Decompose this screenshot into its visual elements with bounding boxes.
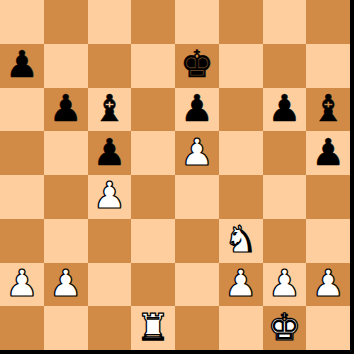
black-pawn: ♟ <box>180 90 213 127</box>
square-f7[interactable] <box>219 44 263 88</box>
square-f4[interactable] <box>219 175 263 219</box>
square-b6[interactable]: ♟ <box>44 88 88 132</box>
white-pawn: ♟ <box>5 265 38 302</box>
square-e4[interactable] <box>175 175 219 219</box>
square-g2[interactable]: ♟ <box>263 263 307 307</box>
square-h1[interactable] <box>306 306 350 350</box>
square-d2[interactable] <box>131 263 175 307</box>
square-g8[interactable] <box>263 0 307 44</box>
white-pawn: ♟ <box>268 265 301 302</box>
square-g4[interactable] <box>263 175 307 219</box>
white-rook: ♜ <box>137 309 170 346</box>
square-c6[interactable]: ♝ <box>88 88 132 132</box>
white-pawn: ♟ <box>180 134 213 171</box>
white-pawn: ♟ <box>49 265 82 302</box>
black-pawn: ♟ <box>49 90 82 127</box>
square-e2[interactable] <box>175 263 219 307</box>
square-f2[interactable]: ♟ <box>219 263 263 307</box>
square-d3[interactable] <box>131 219 175 263</box>
square-h4[interactable] <box>306 175 350 219</box>
square-e1[interactable] <box>175 306 219 350</box>
white-knight: ♞ <box>224 221 257 258</box>
square-e7[interactable]: ♚ <box>175 44 219 88</box>
square-a7[interactable]: ♟ <box>0 44 44 88</box>
white-pawn: ♟ <box>224 265 257 302</box>
square-b2[interactable]: ♟ <box>44 263 88 307</box>
square-h5[interactable]: ♟ <box>306 131 350 175</box>
square-d1[interactable]: ♜ <box>131 306 175 350</box>
white-pawn: ♟ <box>312 265 345 302</box>
square-b5[interactable] <box>44 131 88 175</box>
square-c7[interactable] <box>88 44 132 88</box>
square-d6[interactable] <box>131 88 175 132</box>
square-c1[interactable] <box>88 306 132 350</box>
square-a4[interactable] <box>0 175 44 219</box>
square-a2[interactable]: ♟ <box>0 263 44 307</box>
square-c5[interactable]: ♟ <box>88 131 132 175</box>
square-h7[interactable] <box>306 44 350 88</box>
square-b7[interactable] <box>44 44 88 88</box>
square-b4[interactable] <box>44 175 88 219</box>
square-c2[interactable] <box>88 263 132 307</box>
square-b1[interactable] <box>44 306 88 350</box>
square-g3[interactable] <box>263 219 307 263</box>
black-bishop: ♝ <box>312 90 345 127</box>
square-c8[interactable] <box>88 0 132 44</box>
square-d5[interactable] <box>131 131 175 175</box>
square-e6[interactable]: ♟ <box>175 88 219 132</box>
square-c3[interactable] <box>88 219 132 263</box>
square-d7[interactable] <box>131 44 175 88</box>
square-b8[interactable] <box>44 0 88 44</box>
black-pawn: ♟ <box>268 90 301 127</box>
square-d8[interactable] <box>131 0 175 44</box>
square-f8[interactable] <box>219 0 263 44</box>
square-f5[interactable] <box>219 131 263 175</box>
square-h3[interactable] <box>306 219 350 263</box>
square-h2[interactable]: ♟ <box>306 263 350 307</box>
square-d4[interactable] <box>131 175 175 219</box>
square-g5[interactable] <box>263 131 307 175</box>
black-pawn: ♟ <box>312 134 345 171</box>
square-g7[interactable] <box>263 44 307 88</box>
black-pawn: ♟ <box>93 134 126 171</box>
square-b3[interactable] <box>44 219 88 263</box>
square-h6[interactable]: ♝ <box>306 88 350 132</box>
square-f3[interactable]: ♞ <box>219 219 263 263</box>
square-g1[interactable]: ♚ <box>263 306 307 350</box>
square-g6[interactable]: ♟ <box>263 88 307 132</box>
square-a3[interactable] <box>0 219 44 263</box>
square-c4[interactable]: ♟ <box>88 175 132 219</box>
square-a5[interactable] <box>0 131 44 175</box>
black-king: ♚ <box>180 46 213 83</box>
black-pawn: ♟ <box>5 46 38 83</box>
square-h8[interactable] <box>306 0 350 44</box>
square-f6[interactable] <box>219 88 263 132</box>
black-bishop: ♝ <box>93 90 126 127</box>
square-e8[interactable] <box>175 0 219 44</box>
square-a8[interactable] <box>0 0 44 44</box>
chess-board: ♟♚♟♝♟♟♝♟♟♟♟♞♟♟♟♟♟♜♚ <box>0 0 350 350</box>
white-king: ♚ <box>268 309 301 346</box>
board-frame: ♟♚♟♝♟♟♝♟♟♟♟♞♟♟♟♟♟♜♚ <box>0 0 354 354</box>
square-a6[interactable] <box>0 88 44 132</box>
white-pawn: ♟ <box>93 177 126 214</box>
square-a1[interactable] <box>0 306 44 350</box>
square-e5[interactable]: ♟ <box>175 131 219 175</box>
square-e3[interactable] <box>175 219 219 263</box>
square-f1[interactable] <box>219 306 263 350</box>
